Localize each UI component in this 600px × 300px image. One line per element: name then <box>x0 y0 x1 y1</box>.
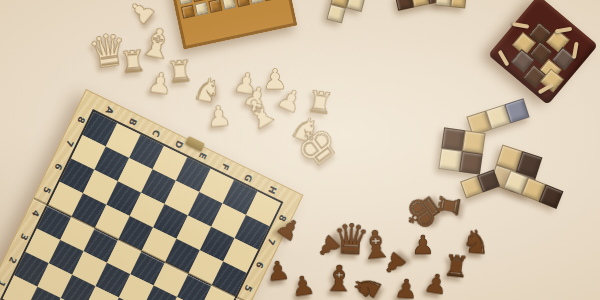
coord-label: 3 <box>18 232 30 242</box>
boxed-cube <box>263 0 277 1</box>
cube-box-cubes <box>178 0 291 19</box>
dark-pawn: ♟ <box>265 257 291 285</box>
dark-pawn: ♟ <box>290 272 317 300</box>
coord-label: 4 <box>29 208 41 218</box>
coord-label: 5 <box>242 283 254 293</box>
white-rook: ♜ <box>118 46 147 78</box>
dark-knight: ♞ <box>460 225 491 259</box>
coord-label: C <box>150 128 162 138</box>
coord-label: 5 <box>41 185 53 195</box>
dark-bishop: ♝ <box>357 225 394 266</box>
walnut-cube <box>441 127 465 151</box>
coord-label: 7 <box>64 138 76 148</box>
coord-label: 6 <box>254 260 266 270</box>
coord-label: B <box>126 116 138 127</box>
walnut-cube <box>459 151 483 175</box>
photo-scene: ABCDEFGH 87654321 87654321 ♟♛♝♜♟♜♞♟♟♟♝♟♟… <box>0 0 600 300</box>
white-rook: ♜ <box>165 56 194 88</box>
boxed-cube <box>249 0 263 4</box>
maple-cube <box>450 0 466 9</box>
boxed-cube <box>236 0 250 7</box>
wood-peg <box>498 50 510 67</box>
wood-peg <box>572 42 579 59</box>
coord-label: 2 <box>7 255 19 265</box>
coord-label: D <box>173 139 185 150</box>
dark-pawn: ♟ <box>393 275 418 300</box>
coord-label: F <box>219 162 231 172</box>
white-pawn: ♟ <box>205 102 232 132</box>
dark-rook: ♜ <box>434 191 466 221</box>
boxed-cube <box>222 0 236 10</box>
coord-label: 1 <box>0 278 7 288</box>
coord-label: G <box>242 173 254 184</box>
maple-cube <box>462 130 486 154</box>
coord-label: 8 <box>75 115 87 125</box>
coord-label: E <box>197 151 209 161</box>
coord-label: 6 <box>52 162 64 172</box>
wood-peg <box>555 27 572 34</box>
boxed-cube <box>195 2 209 16</box>
boxed-cube <box>181 5 195 19</box>
wood-cube-piece <box>438 127 485 174</box>
coord-label: A <box>103 105 115 116</box>
wood-peg <box>512 22 529 29</box>
coord-label: H <box>266 184 278 195</box>
boxed-cube <box>208 0 222 13</box>
